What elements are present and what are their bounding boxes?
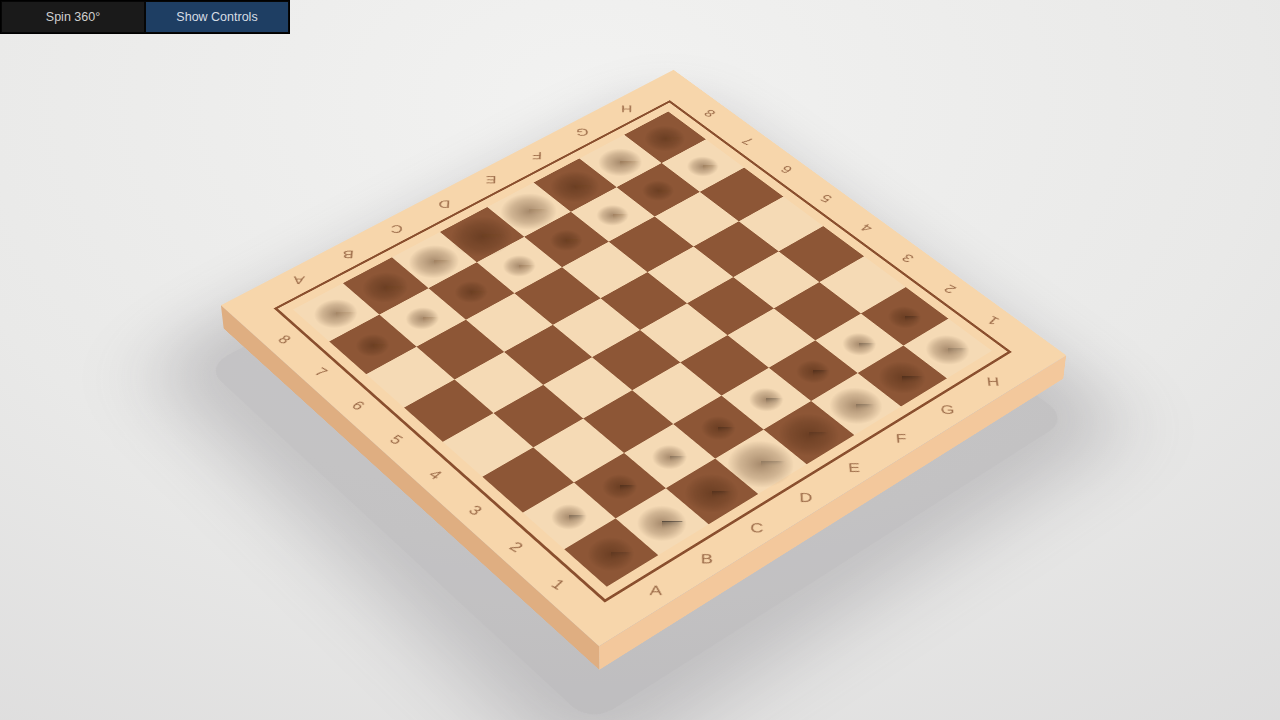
show-controls-button[interactable]: Show Controls <box>145 1 289 33</box>
black-rook-glyph: ♜ <box>577 486 645 561</box>
chess-board: AABBCCDDEEFFGGHH1122334455667788 ♜♞♝♚♛♝♞… <box>221 70 1066 647</box>
file-label-far-a: A <box>293 273 306 286</box>
file-label-far-e: E <box>485 173 496 185</box>
toolbar: Spin 360° Show Controls <box>0 0 290 34</box>
scene-canvas[interactable]: AABBCCDDEEFFGGHH1122334455667788 ♜♞♝♚♛♝♞… <box>0 0 1280 720</box>
perspective-scene: AABBCCDDEEFFGGHH1122334455667788 ♜♞♝♚♛♝♞… <box>0 0 1280 720</box>
file-label-far-g: G <box>576 126 589 138</box>
file-label-far-b: B <box>342 248 354 261</box>
file-label-far-h: H <box>621 103 632 115</box>
file-label-far-f: F <box>532 149 542 161</box>
white-pawn-glyph: ♟ <box>349 296 398 350</box>
spin-360-button[interactable]: Spin 360° <box>1 1 145 33</box>
file-label-far-d: D <box>438 198 451 210</box>
file-label-far-c: C <box>390 222 403 235</box>
